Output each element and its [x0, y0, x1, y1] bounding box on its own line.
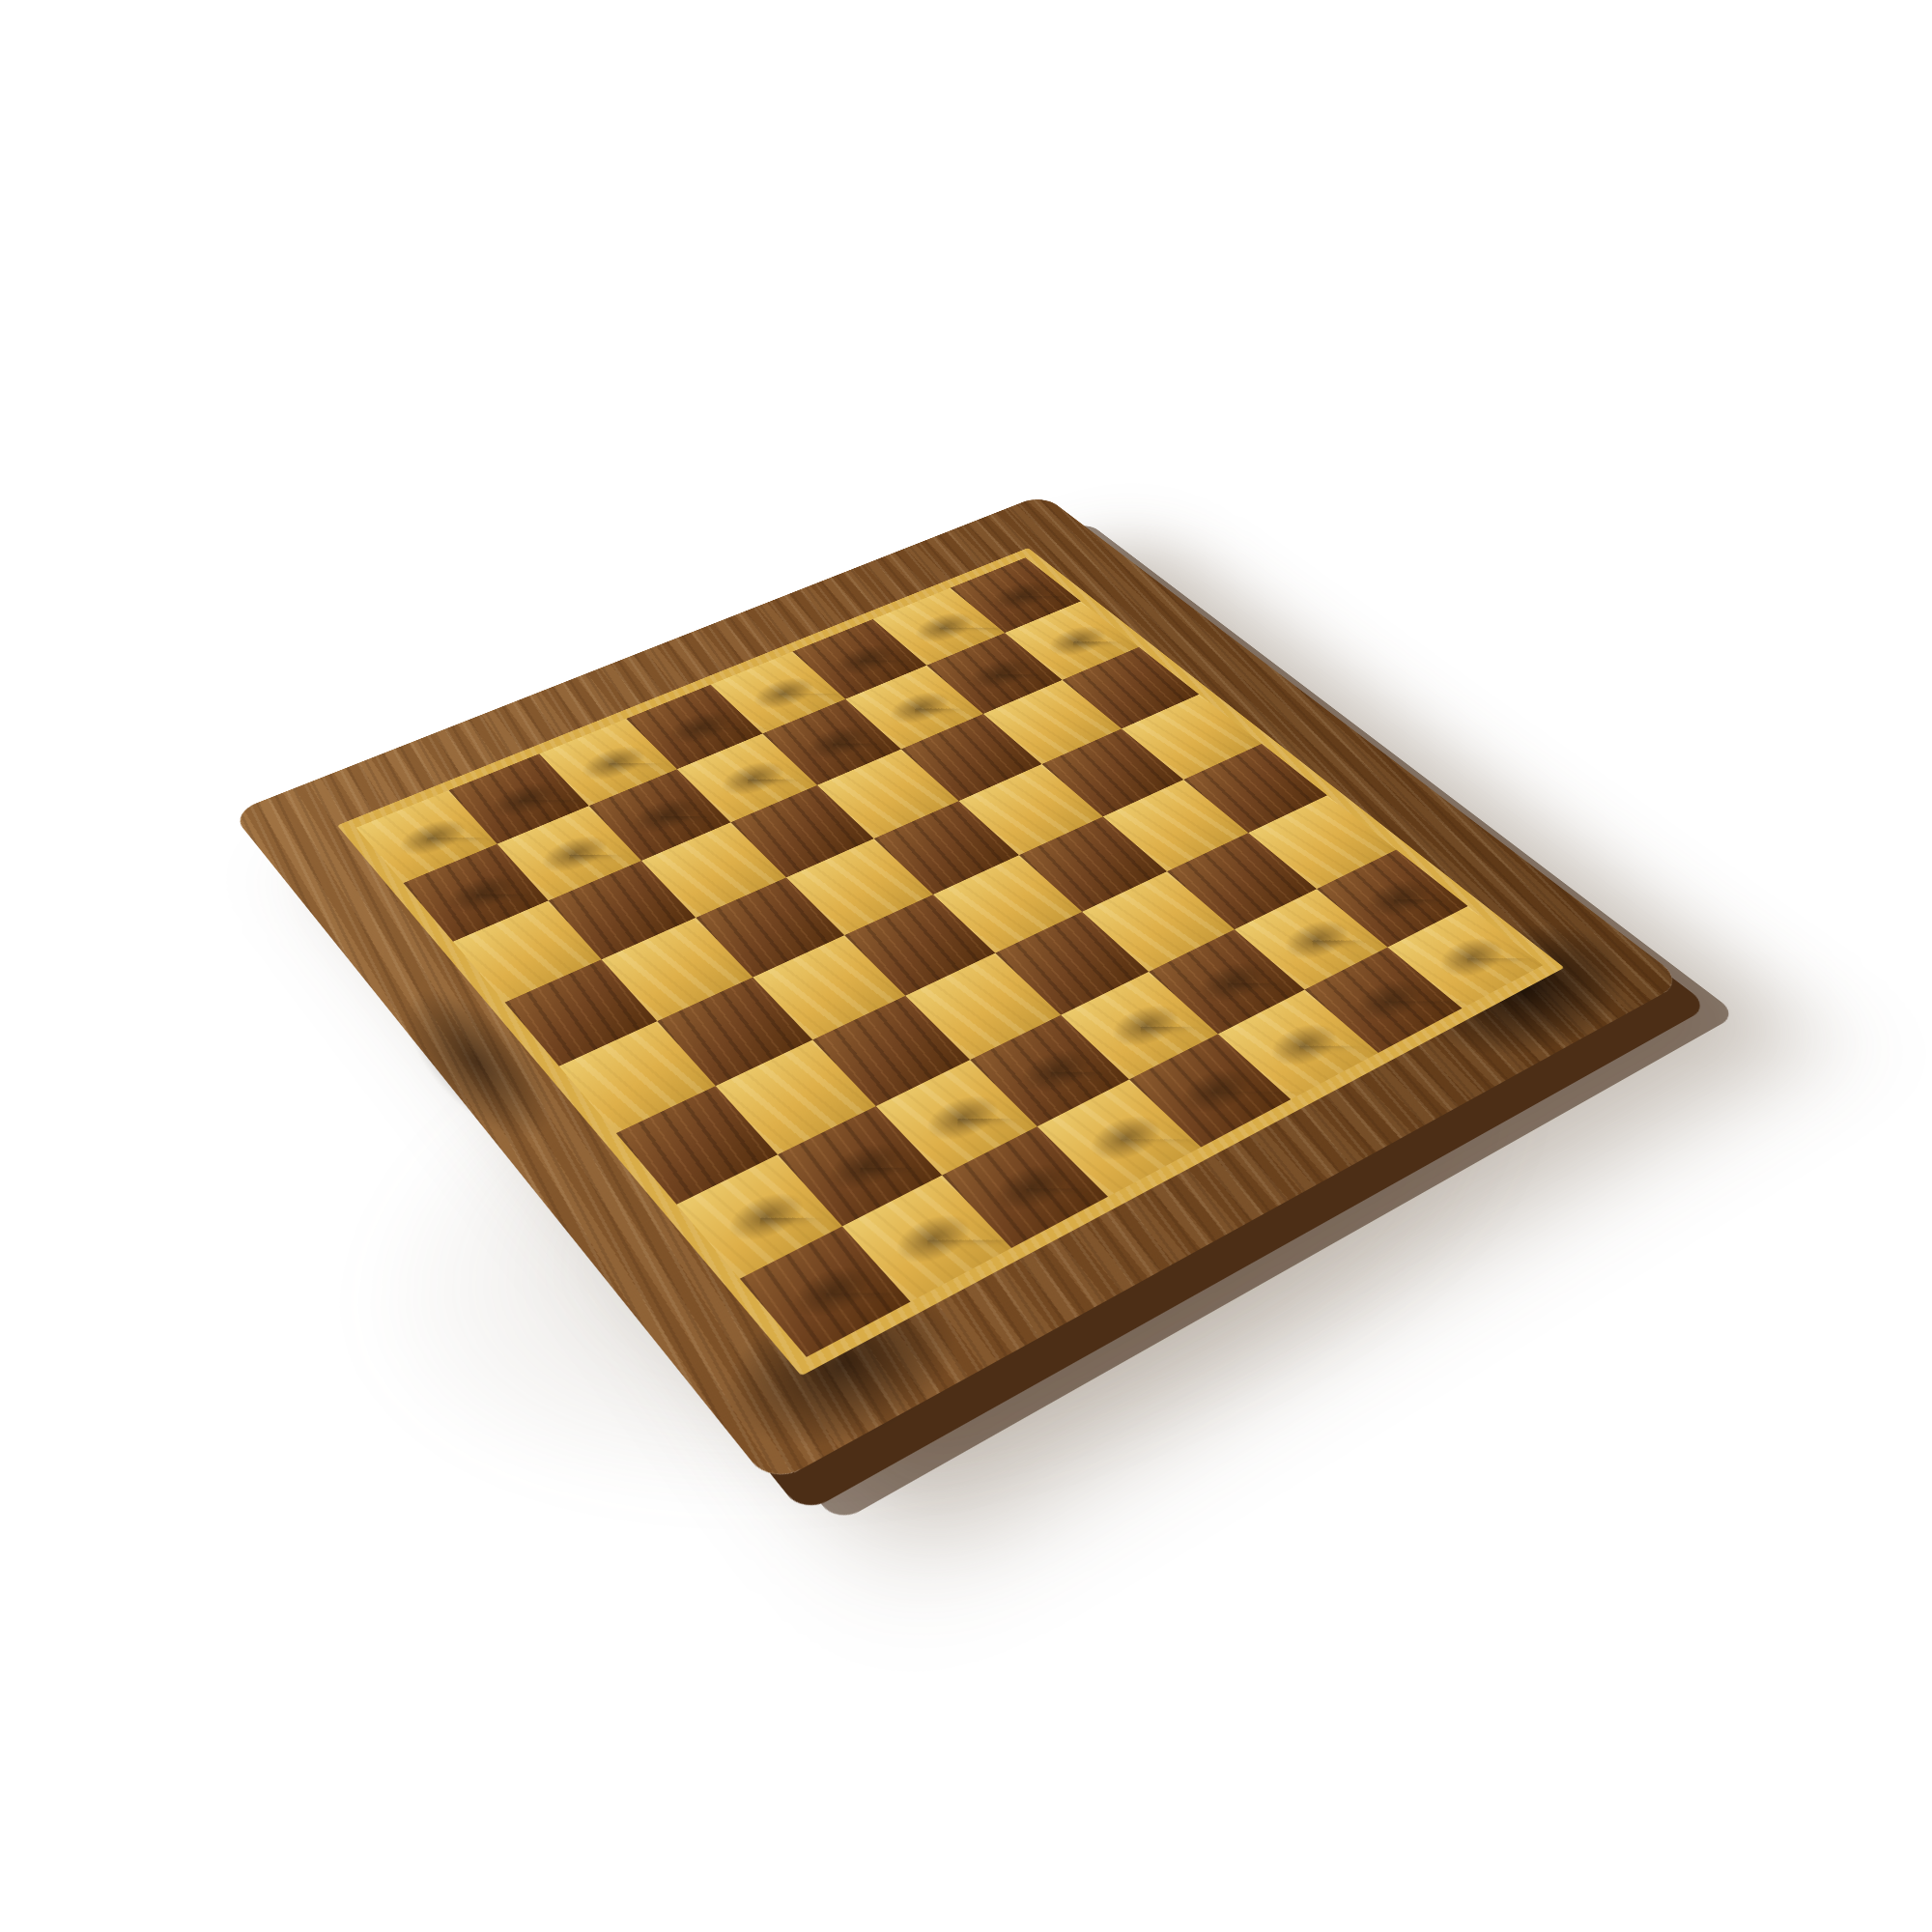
board-grid: ♜♞♝♚♛♝♞♜♟♟♟♟♟♟♟♟♟♟♟♟♟♟♟♟♜♞♝♛♚♝♞♜	[356, 557, 1544, 1357]
square-a7[interactable]: ♟	[404, 844, 549, 942]
square-a1[interactable]: ♜	[740, 1226, 911, 1357]
piece-black-pawn-a7[interactable]: ♟	[398, 759, 554, 898]
chess-board: ♜♞♝♚♛♝♞♜♟♟♟♟♟♟♟♟♟♟♟♟♟♟♟♟♜♞♝♛♚♝♞♜	[231, 495, 1685, 1486]
board-inner-frame: ♜♞♝♚♛♝♞♜♟♟♟♟♟♟♟♟♟♟♟♟♟♟♟♟♜♞♝♛♚♝♞♜	[337, 548, 1564, 1376]
chess-scene: ♜♞♝♚♛♝♞♜♟♟♟♟♟♟♟♟♟♟♟♟♟♟♟♟♜♞♝♛♚♝♞♜	[0, 0, 1932, 1932]
piece-white-rook-a1[interactable]: ♜	[709, 1091, 942, 1298]
